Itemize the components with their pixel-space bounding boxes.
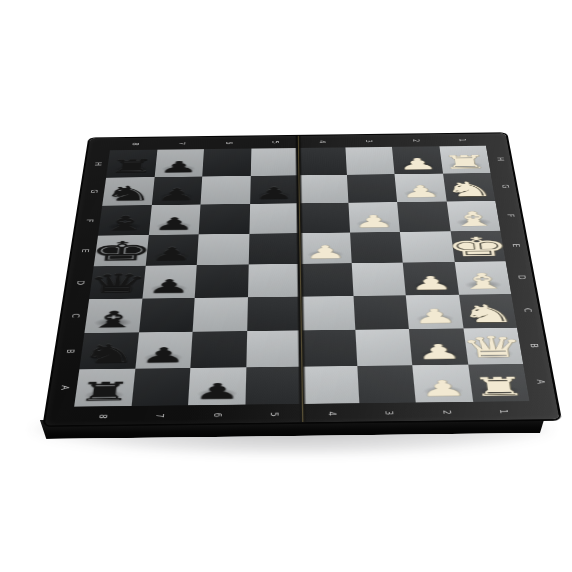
black-pawn-icon: ♟ bbox=[147, 277, 192, 295]
bottom-rank-label-2: 2 bbox=[439, 408, 451, 416]
top-rank-label-5: 5 bbox=[270, 140, 279, 145]
right-file-label-F: F bbox=[504, 212, 515, 218]
square-a4 bbox=[301, 366, 359, 404]
top-rank-label-2: 2 bbox=[410, 138, 420, 143]
white-rook-a1: ♜ bbox=[468, 364, 530, 402]
piece-contact-shadow bbox=[469, 313, 508, 323]
top-rank-label-3: 3 bbox=[363, 139, 372, 144]
right-file-label-G: G bbox=[499, 184, 509, 190]
white-knight-icon: ♞ bbox=[442, 179, 496, 199]
black-pawn-icon: ♟ bbox=[153, 216, 196, 233]
white-pawn-icon: ♟ bbox=[353, 213, 396, 230]
piece-contact-shadow bbox=[479, 385, 520, 396]
piece-contact-shadow bbox=[464, 280, 502, 289]
coordinate-labels: HHGGFFEEDDCCBBAA8877665544332211 bbox=[90, 133, 506, 138]
black-knight-g8: ♞ bbox=[102, 177, 154, 206]
white-pawn-b2: ♟ bbox=[409, 328, 468, 364]
bottom-rank-label-8: 8 bbox=[95, 412, 107, 420]
square-g6 bbox=[201, 176, 251, 205]
white-pawn-icon: ♟ bbox=[415, 342, 463, 362]
bottom-rank-label-7: 7 bbox=[153, 412, 165, 420]
square-c2 bbox=[406, 294, 463, 329]
square-b2 bbox=[409, 328, 468, 364]
piece-contact-shadow bbox=[416, 314, 455, 324]
right-file-label-E: E bbox=[509, 242, 520, 248]
white-pawn-h2: ♟ bbox=[392, 146, 443, 174]
square-c8 bbox=[84, 298, 142, 333]
bottom-rank-label-4: 4 bbox=[325, 410, 336, 418]
black-pawn-g5: ♟ bbox=[250, 175, 299, 204]
black-rook-a8: ♜ bbox=[74, 368, 135, 407]
square-f6 bbox=[199, 204, 250, 234]
piece-contact-shadow bbox=[474, 348, 514, 358]
black-pawn-icon: ♟ bbox=[150, 246, 194, 264]
square-c6 bbox=[193, 297, 248, 332]
square-b5 bbox=[246, 330, 301, 367]
piece-contact-shadow bbox=[93, 318, 132, 328]
white-queen-icon: ♛ bbox=[459, 333, 527, 361]
piece-contact-shadow bbox=[197, 388, 237, 399]
square-e6 bbox=[197, 233, 249, 265]
black-king-e8: ♚ bbox=[94, 235, 149, 267]
square-a6 bbox=[188, 367, 246, 405]
white-queen-b1: ♛ bbox=[463, 328, 523, 364]
piece-contact-shadow bbox=[150, 284, 187, 293]
square-e5 bbox=[248, 233, 299, 265]
black-pawn-b7: ♟ bbox=[135, 332, 193, 369]
square-b4 bbox=[301, 330, 357, 367]
square-a1 bbox=[468, 364, 530, 402]
white-knight-g1: ♞ bbox=[443, 173, 496, 202]
white-bishop-icon: ♝ bbox=[448, 210, 499, 229]
left-file-label-H: H bbox=[92, 161, 102, 166]
square-b6 bbox=[190, 331, 246, 368]
white-pawn-icon: ♟ bbox=[418, 378, 467, 399]
square-d4 bbox=[300, 263, 353, 296]
board-tilt-wrapper: HHGGFFEEDDCCBBAA8877665544332211 ♜♞♝♛♚♝♞… bbox=[0, 0, 572, 572]
black-pawn-g7: ♟ bbox=[151, 176, 202, 205]
square-a5 bbox=[245, 366, 302, 404]
black-bishop-icon: ♝ bbox=[99, 214, 149, 233]
left-file-label-E: E bbox=[79, 248, 90, 254]
square-f4 bbox=[299, 203, 350, 233]
white-king-icon: ♚ bbox=[445, 234, 512, 260]
square-d5 bbox=[247, 264, 300, 297]
square-a3 bbox=[357, 365, 416, 403]
top-rank-label-1: 1 bbox=[457, 137, 467, 142]
piece-contact-shadow bbox=[144, 352, 183, 362]
right-file-label-H: H bbox=[494, 156, 504, 161]
white-pawn-a2: ♟ bbox=[412, 364, 472, 402]
square-c7 bbox=[139, 298, 195, 333]
square-g4 bbox=[298, 174, 348, 203]
left-file-label-F: F bbox=[83, 218, 94, 224]
squares-layer bbox=[90, 133, 506, 138]
right-file-label-D: D bbox=[515, 274, 526, 280]
black-pawn-d7: ♟ bbox=[142, 265, 197, 298]
white-pawn-icon: ♟ bbox=[408, 274, 454, 292]
black-knight-b8: ♞ bbox=[79, 332, 138, 369]
black-bishop-icon: ♝ bbox=[86, 308, 140, 330]
white-pawn-icon: ♟ bbox=[399, 184, 441, 200]
product-photo-scene: HHGGFFEEDDCCBBAA8877665544332211 ♜♞♝♛♚♝♞… bbox=[0, 0, 572, 572]
top-rank-label-7: 7 bbox=[176, 141, 185, 146]
white-pawn-g2: ♟ bbox=[394, 173, 446, 202]
square-d3 bbox=[351, 263, 406, 296]
square-h3 bbox=[345, 147, 395, 175]
black-pawn-h7: ♟ bbox=[154, 149, 204, 177]
bottom-rank-label-1: 1 bbox=[496, 408, 508, 416]
square-e3 bbox=[350, 232, 403, 264]
piece-contact-shadow bbox=[412, 280, 450, 289]
square-b3 bbox=[355, 329, 412, 366]
white-knight-icon: ♞ bbox=[458, 302, 517, 326]
square-g3 bbox=[346, 174, 397, 203]
piece-contact-shadow bbox=[98, 284, 136, 293]
left-file-label-G: G bbox=[88, 189, 98, 195]
black-pawn-f7: ♟ bbox=[148, 205, 200, 235]
square-c5 bbox=[247, 296, 301, 331]
black-pawn-icon: ♟ bbox=[156, 187, 198, 203]
square-a2 bbox=[412, 364, 472, 402]
white-pawn-d2: ♟ bbox=[403, 262, 459, 295]
black-king-icon: ♚ bbox=[88, 238, 154, 264]
piece-contact-shadow bbox=[423, 386, 464, 397]
white-pawn-icon: ♟ bbox=[304, 244, 347, 262]
square-h5 bbox=[250, 148, 298, 176]
white-pawn-icon: ♟ bbox=[411, 307, 458, 326]
black-pawn-a6: ♟ bbox=[188, 367, 246, 405]
black-knight-icon: ♞ bbox=[101, 184, 154, 204]
white-king-e1: ♚ bbox=[450, 230, 506, 262]
right-file-label-C: C bbox=[521, 307, 533, 314]
left-file-label-A: A bbox=[58, 384, 70, 391]
white-pawn-f3: ♟ bbox=[348, 202, 400, 232]
square-a7 bbox=[131, 368, 190, 406]
square-f5 bbox=[249, 203, 299, 233]
square-c4 bbox=[300, 296, 355, 331]
square-h6 bbox=[202, 149, 251, 177]
white-bishop-f1: ♝ bbox=[446, 201, 500, 231]
square-a8 bbox=[74, 368, 135, 407]
chess-board: HHGGFFEEDDCCBBAA8877665544332211 ♜♞♝♛♚♝♞… bbox=[45, 133, 560, 425]
left-file-label-B: B bbox=[63, 347, 75, 354]
white-pawn-c2: ♟ bbox=[406, 294, 463, 329]
piece-contact-shadow bbox=[89, 353, 129, 363]
square-d6 bbox=[195, 264, 249, 297]
black-queen-icon: ♛ bbox=[85, 271, 149, 297]
black-pawn-icon: ♟ bbox=[140, 345, 188, 365]
right-file-label-B: B bbox=[527, 342, 539, 349]
black-pawn-icon: ♟ bbox=[158, 159, 199, 174]
piece-contact-shadow bbox=[419, 349, 459, 359]
top-rank-label-8: 8 bbox=[129, 141, 139, 146]
white-rook-icon: ♜ bbox=[470, 374, 529, 399]
white-rook-icon: ♜ bbox=[441, 153, 490, 171]
bottom-rank-label-5: 5 bbox=[268, 410, 279, 418]
left-file-label-D: D bbox=[74, 279, 85, 285]
right-file-label-A: A bbox=[533, 378, 545, 385]
left-file-label-C: C bbox=[69, 313, 80, 320]
bottom-rank-label-6: 6 bbox=[210, 411, 221, 419]
white-bishop-d1: ♝ bbox=[454, 261, 511, 294]
white-knight-c1: ♞ bbox=[458, 294, 517, 329]
square-b7 bbox=[135, 332, 193, 369]
black-rook-icon: ♜ bbox=[107, 157, 156, 175]
square-b1 bbox=[463, 328, 523, 364]
black-bishop-c8: ♝ bbox=[84, 298, 142, 333]
pieces-layer: ♜♞♝♛♚♝♞♜♟♟♟♟♟♟♟♟♟♟♟♟♟♟♟♟♜♛♞♝♚♝♞♜ bbox=[90, 133, 506, 138]
black-pawn-icon: ♟ bbox=[193, 381, 241, 402]
white-bishop-icon: ♝ bbox=[457, 271, 510, 292]
white-pawn-icon: ♟ bbox=[397, 156, 439, 171]
square-f2 bbox=[397, 202, 450, 232]
square-h4 bbox=[298, 147, 346, 175]
white-rook-h1: ♜ bbox=[439, 146, 491, 174]
top-rank-label-6: 6 bbox=[223, 140, 232, 145]
black-queen-d8: ♛ bbox=[89, 266, 145, 299]
top-rank-label-4: 4 bbox=[317, 139, 326, 144]
square-b8 bbox=[79, 332, 138, 369]
bottom-rank-label-3: 3 bbox=[382, 409, 394, 417]
black-bishop-f8: ♝ bbox=[98, 205, 151, 235]
black-pawn-icon: ♟ bbox=[254, 186, 295, 202]
white-pawn-e4: ♟ bbox=[299, 232, 351, 264]
black-knight-icon: ♞ bbox=[79, 341, 139, 366]
square-c3 bbox=[353, 295, 409, 330]
piece-contact-shadow bbox=[84, 390, 125, 401]
black-rook-h8: ♜ bbox=[106, 150, 157, 178]
black-rook-icon: ♜ bbox=[75, 379, 133, 404]
